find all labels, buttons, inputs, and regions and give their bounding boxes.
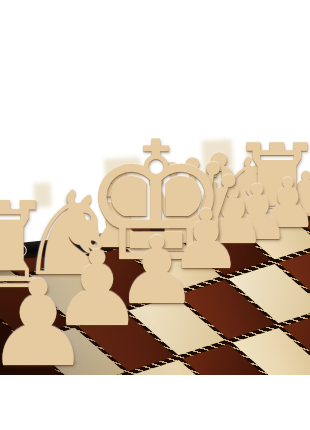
product-photo: G ♟♞♜♝♟♟♟♝♛♚♟♞♜♟♟♟ (0, 0, 310, 430)
white-pawn-h2: ♟ (0, 265, 91, 384)
pieces-layer: ♟♞♜♝♟♟♟♝♛♚♟♞♜♟♟♟ (0, 0, 310, 430)
